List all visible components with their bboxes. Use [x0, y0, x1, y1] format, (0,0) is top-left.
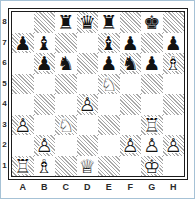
square-d1: ♛♕	[77, 156, 99, 177]
file-label-c: C	[55, 181, 77, 193]
square-c5	[55, 74, 77, 95]
square-a7: ♟♟	[12, 33, 34, 54]
square-c2	[55, 135, 77, 156]
chess-board: ♜♜♛♛♜♜♚♚♟♟♝♝♝♝♟♟♟♟♟♟♞♞♟♟♞♞♟♟♝♗♞♘♟♙♟♙♞♘♜♖…	[11, 11, 185, 177]
square-c1	[55, 156, 77, 177]
black-pawn-h7: ♟	[163, 33, 185, 54]
square-b7: ♝♝	[34, 33, 56, 54]
square-g1: ♚♔	[141, 156, 163, 177]
white-queen-d1: ♕	[77, 156, 99, 177]
square-b3	[34, 115, 56, 136]
square-b4	[34, 94, 56, 115]
square-d6	[77, 53, 99, 74]
square-d7	[77, 33, 99, 54]
square-a1: ♜♖	[12, 156, 34, 177]
white-pawn-d4: ♙	[77, 94, 99, 115]
square-a2	[12, 135, 34, 156]
square-e2	[98, 135, 120, 156]
white-rook-a1: ♖	[12, 156, 34, 177]
rank-label-4: 4	[1, 94, 8, 115]
square-a5	[12, 74, 34, 95]
square-e4	[98, 94, 120, 115]
square-e3	[98, 115, 120, 136]
square-b8	[34, 12, 56, 33]
square-a4	[12, 94, 34, 115]
square-f2: ♟♙	[120, 135, 142, 156]
square-c6: ♞♞	[55, 53, 77, 74]
square-h3	[163, 115, 185, 136]
file-label-d: D	[77, 181, 99, 193]
square-b1: ♝♗	[34, 156, 56, 177]
white-rook-g3: ♖	[141, 115, 163, 136]
square-e5: ♞♘	[98, 74, 120, 95]
square-g6: ♟♟	[141, 53, 163, 74]
square-b6: ♟♟	[34, 53, 56, 74]
white-bishop-h6: ♗	[163, 53, 185, 74]
file-label-a: A	[12, 181, 34, 193]
rank-label-6: 6	[1, 53, 8, 74]
file-label-g: G	[141, 181, 163, 193]
black-pawn-a7: ♟	[12, 33, 34, 54]
white-bishop-b1: ♗	[34, 156, 56, 177]
chess-diagram-image: 87654321 ♜♜♛♛♜♜♚♚♟♟♝♝♝♝♟♟♟♟♟♟♞♞♟♟♞♞♟♟♝♗♞…	[0, 0, 196, 200]
black-pawn-b6: ♟	[34, 53, 56, 74]
rank-label-7: 7	[1, 33, 8, 54]
square-f4	[120, 94, 142, 115]
square-h7: ♟♟	[163, 33, 185, 54]
square-c8: ♜♜	[55, 12, 77, 33]
black-knight-f6: ♞	[120, 53, 142, 74]
square-h4	[163, 94, 185, 115]
rank-label-3: 3	[1, 115, 8, 136]
black-bishop-e7: ♝	[98, 33, 120, 54]
square-f7: ♟♟	[120, 33, 142, 54]
black-pawn-g6: ♟	[141, 53, 163, 74]
square-c3: ♞♘	[55, 115, 77, 136]
rank-label-1: 1	[1, 156, 8, 177]
rank-label-8: 8	[1, 12, 8, 33]
square-f8	[120, 12, 142, 33]
square-h6: ♝♗	[163, 53, 185, 74]
square-c4	[55, 94, 77, 115]
square-d4: ♟♙	[77, 94, 99, 115]
square-f3	[120, 115, 142, 136]
white-knight-e5: ♘	[98, 74, 120, 95]
black-bishop-b7: ♝	[34, 33, 56, 54]
black-pawn-e6: ♟	[98, 53, 120, 74]
square-g4	[141, 94, 163, 115]
square-f5	[120, 74, 142, 95]
file-label-b: B	[34, 181, 56, 193]
square-h2: ♟♙	[163, 135, 185, 156]
square-e8: ♜♜	[98, 12, 120, 33]
square-h8	[163, 12, 185, 33]
rank-label-2: 2	[1, 135, 8, 156]
file-label-f: F	[120, 181, 142, 193]
white-pawn-a3: ♙	[12, 115, 34, 136]
square-g8: ♚♚	[141, 12, 163, 33]
square-e6: ♟♟	[98, 53, 120, 74]
square-b5	[34, 74, 56, 95]
square-d5	[77, 74, 99, 95]
square-f1	[120, 156, 142, 177]
board-frame: ♜♜♛♛♜♜♚♚♟♟♝♝♝♝♟♟♟♟♟♟♞♞♟♟♞♞♟♟♝♗♞♘♟♙♟♙♞♘♜♖…	[8, 8, 188, 180]
square-h1	[163, 156, 185, 177]
square-d8: ♛♛	[77, 12, 99, 33]
white-pawn-f2: ♙	[120, 135, 142, 156]
square-d2	[77, 135, 99, 156]
square-a6	[12, 53, 34, 74]
square-a8	[12, 12, 34, 33]
file-label-h: H	[163, 181, 185, 193]
square-a3: ♟♙	[12, 115, 34, 136]
square-g7	[141, 33, 163, 54]
square-g2: ♟♙	[141, 135, 163, 156]
black-pawn-f7: ♟	[120, 33, 142, 54]
square-d3	[77, 115, 99, 136]
file-labels: ABCDEFGH	[12, 181, 184, 193]
square-e1	[98, 156, 120, 177]
square-e7: ♝♝	[98, 33, 120, 54]
rank-labels: 87654321	[1, 12, 8, 176]
square-g3: ♜♖	[141, 115, 163, 136]
white-pawn-b2: ♙	[34, 135, 56, 156]
white-knight-c3: ♘	[55, 115, 77, 136]
square-b2: ♟♙	[34, 135, 56, 156]
black-rook-c8: ♜	[55, 12, 77, 33]
black-queen-d8: ♛	[77, 12, 99, 33]
black-king-g8: ♚	[141, 12, 163, 33]
black-rook-e8: ♜	[98, 12, 120, 33]
file-label-e: E	[98, 181, 120, 193]
square-h5	[163, 74, 185, 95]
white-king-g1: ♔	[141, 156, 163, 177]
black-knight-c6: ♞	[55, 53, 77, 74]
white-pawn-g2: ♙	[141, 135, 163, 156]
white-pawn-h2: ♙	[163, 135, 185, 156]
square-f6: ♞♞	[120, 53, 142, 74]
rank-label-5: 5	[1, 74, 8, 95]
square-c7	[55, 33, 77, 54]
square-g5	[141, 74, 163, 95]
